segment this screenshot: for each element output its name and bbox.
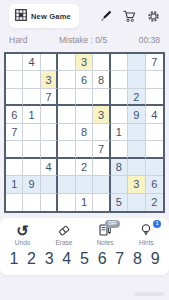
cell-r5c1[interactable]: 7 [6, 124, 23, 141]
numpad-key-4[interactable]: 4 [59, 250, 74, 268]
cell-r7c5[interactable]: 2 [76, 159, 93, 176]
watermark [134, 292, 164, 296]
numpad-key-1[interactable]: 1 [6, 250, 21, 268]
status-bar: Hard Mistake : 0/5 00:38 [0, 34, 169, 45]
cell-r1c5[interactable]: 3 [76, 54, 93, 71]
cell-r4c2[interactable]: 1 [23, 106, 40, 123]
timer: 00:38 [139, 35, 160, 45]
notes-button[interactable]: OFF Notes [88, 223, 122, 246]
cell-r3c7[interactable] [111, 89, 128, 106]
undo-icon: ↺ [16, 223, 29, 237]
hints-count-badge: 1 [153, 220, 162, 228]
cell-r9c9[interactable]: 2 [146, 194, 163, 211]
cell-r8c9[interactable]: 6 [146, 176, 163, 193]
cell-r2c3[interactable]: 3 [41, 71, 58, 88]
cell-r6c4[interactable] [58, 141, 75, 158]
cell-r4c5[interactable] [76, 106, 93, 123]
cell-r5c4[interactable] [58, 124, 75, 141]
numpad-key-5[interactable]: 5 [77, 250, 92, 268]
cell-r3c3[interactable]: 7 [41, 89, 58, 106]
cell-r6c1[interactable] [6, 141, 23, 158]
cell-r4c3[interactable] [41, 106, 58, 123]
cell-r9c5[interactable]: 1 [76, 194, 93, 211]
cell-r5c7[interactable]: 1 [111, 124, 128, 141]
cell-r8c1[interactable]: 1 [6, 176, 23, 193]
cell-r3c8[interactable]: 2 [128, 89, 145, 106]
cell-r1c2[interactable]: 4 [23, 54, 40, 71]
cell-r4c9[interactable]: 4 [146, 106, 163, 123]
cart-icon[interactable] [123, 10, 136, 23]
cell-r9c1[interactable] [6, 194, 23, 211]
cell-r9c4[interactable] [58, 194, 75, 211]
cell-r6c6[interactable]: 7 [93, 141, 110, 158]
cell-r2c6[interactable]: 8 [93, 71, 110, 88]
hints-label: Hints [139, 239, 154, 246]
erase-button[interactable]: Erase [47, 223, 81, 246]
notes-label: Notes [97, 239, 114, 246]
sudoku-grid-icon [15, 7, 27, 25]
cell-r8c5[interactable] [76, 176, 93, 193]
numpad-key-9[interactable]: 9 [148, 250, 163, 268]
numpad-key-3[interactable]: 3 [42, 250, 57, 268]
numpad-key-6[interactable]: 6 [95, 250, 110, 268]
new-game-button[interactable]: New Game [9, 4, 79, 28]
cell-r1c7[interactable] [111, 54, 128, 71]
cell-r7c6[interactable] [93, 159, 110, 176]
cell-r1c9[interactable]: 7 [146, 54, 163, 71]
cell-r2c8[interactable] [128, 71, 145, 88]
cell-r6c7[interactable] [111, 141, 128, 158]
cell-r7c3[interactable]: 4 [41, 159, 58, 176]
cell-r3c2[interactable] [23, 89, 40, 106]
cell-r6c5[interactable] [76, 141, 93, 158]
erase-label: Erase [55, 239, 72, 246]
cell-r5c3[interactable] [41, 124, 58, 141]
cell-r8c7[interactable] [111, 176, 128, 193]
cell-r5c2[interactable] [23, 124, 40, 141]
cell-r3c1[interactable] [6, 89, 23, 106]
new-game-label: New Game [31, 12, 71, 21]
cell-r7c4[interactable] [58, 159, 75, 176]
cell-r5c6[interactable] [93, 124, 110, 141]
cell-r8c8[interactable]: 3 [128, 176, 145, 193]
cell-r2c4[interactable] [58, 71, 75, 88]
cell-r2c2[interactable] [23, 71, 40, 88]
cell-r9c3[interactable] [41, 194, 58, 211]
cell-r1c1[interactable] [6, 54, 23, 71]
cell-r3c6[interactable] [93, 89, 110, 106]
undo-button[interactable]: ↺ Undo [6, 223, 40, 246]
top-bar: New Game [0, 0, 169, 27]
cell-r6c9[interactable] [146, 141, 163, 158]
sudoku-board: 437368726139478174281936152 [4, 52, 165, 213]
cell-r9c6[interactable] [93, 194, 110, 211]
cell-r7c1[interactable] [6, 159, 23, 176]
cell-r3c5[interactable] [76, 89, 93, 106]
cell-r7c7[interactable]: 8 [111, 159, 128, 176]
tool-row: ↺ Undo Erase OFF [2, 223, 167, 246]
cell-r4c6[interactable]: 3 [93, 106, 110, 123]
cell-r2c5[interactable]: 6 [76, 71, 93, 88]
cell-r3c9[interactable] [146, 89, 163, 106]
cell-r7c9[interactable] [146, 159, 163, 176]
cell-r7c2[interactable] [23, 159, 40, 176]
difficulty-label: Hard [9, 35, 27, 45]
numpad-key-7[interactable]: 7 [112, 250, 127, 268]
gear-icon[interactable] [147, 10, 160, 23]
numpad-key-8[interactable]: 8 [130, 250, 145, 268]
cell-r1c6[interactable] [93, 54, 110, 71]
cell-r4c1[interactable]: 6 [6, 106, 23, 123]
brush-icon[interactable] [100, 10, 112, 22]
number-pad: 123456789 [2, 250, 167, 268]
cell-r6c8[interactable] [128, 141, 145, 158]
cell-r5c9[interactable] [146, 124, 163, 141]
cell-r5c8[interactable] [128, 124, 145, 141]
numpad-key-2[interactable]: 2 [24, 250, 39, 268]
cell-r9c2[interactable] [23, 194, 40, 211]
cell-r7c8[interactable] [128, 159, 145, 176]
cell-r9c8[interactable] [128, 194, 145, 211]
cell-r2c7[interactable] [111, 71, 128, 88]
cell-r5c5[interactable]: 8 [76, 124, 93, 141]
cell-r6c3[interactable] [41, 141, 58, 158]
cell-r4c4[interactable] [58, 106, 75, 123]
undo-label: Undo [15, 239, 31, 246]
cell-r3c4[interactable] [58, 89, 75, 106]
cell-r4c7[interactable] [111, 106, 128, 123]
mistake-counter: Mistake : 0/5 [59, 35, 107, 45]
cell-r8c4[interactable] [58, 176, 75, 193]
eraser-icon [57, 223, 71, 237]
cell-r1c8[interactable] [128, 54, 145, 71]
cell-r8c3[interactable] [41, 176, 58, 193]
notes-off-badge: OFF [105, 220, 120, 228]
cell-r2c1[interactable] [6, 71, 23, 88]
cell-r8c6[interactable] [93, 176, 110, 193]
hint-bulb-icon [139, 223, 153, 237]
cell-r1c3[interactable] [41, 54, 58, 71]
control-card: ↺ Undo Erase OFF [0, 218, 169, 275]
cell-r1c4[interactable] [58, 54, 75, 71]
hints-button[interactable]: 1 Hints [129, 223, 163, 246]
cell-r9c7[interactable]: 5 [111, 194, 128, 211]
cell-r6c2[interactable] [23, 141, 40, 158]
cell-r8c2[interactable]: 9 [23, 176, 40, 193]
cell-r4c8[interactable]: 9 [128, 106, 145, 123]
cell-r2c9[interactable] [146, 71, 163, 88]
